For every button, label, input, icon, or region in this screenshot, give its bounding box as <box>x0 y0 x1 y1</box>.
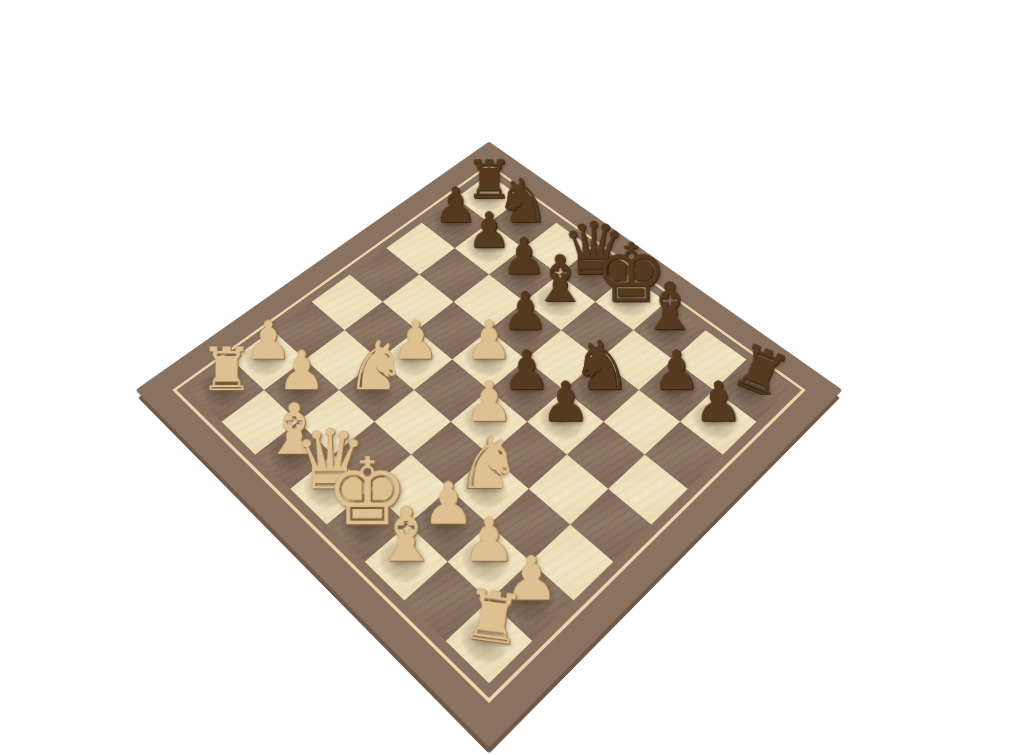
white-bishop-glyph: ♝ <box>372 497 439 572</box>
black-bishop-glyph: ♝ <box>640 274 699 340</box>
black-pawn-glyph: ♟ <box>694 374 743 429</box>
black-pawn-glyph: ♟ <box>541 374 590 429</box>
board-grid: ♜♞♛♚♝♜♟♟♟♝♟♟♟♞♟♟♟♟♟♞♞♟♟♟♟♟♜♝♛♚♝♜ <box>189 174 789 683</box>
chess-board: ♜♞♛♚♝♜♟♟♟♝♟♟♟♞♟♟♟♟♟♞♞♟♟♟♟♟♜♝♛♚♝♜ <box>135 142 842 748</box>
board-photo-scene: ♜♞♛♚♝♜♟♟♟♝♟♟♟♞♟♟♟♟♟♞♞♟♟♟♟♟♜♝♛♚♝♜ <box>0 0 1024 755</box>
white-rook-glyph: ♜ <box>200 338 254 398</box>
white-knight-glyph: ♞ <box>346 332 407 400</box>
